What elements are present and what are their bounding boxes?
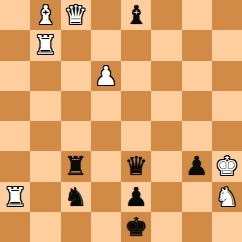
square-c3[interactable]: ♜ <box>61 151 91 181</box>
square-b1[interactable] <box>30 212 60 242</box>
square-b5[interactable] <box>30 91 60 121</box>
square-c2[interactable]: ♞ <box>61 182 91 212</box>
square-g6[interactable] <box>182 61 212 91</box>
black-pawn-piece[interactable]: ♟ <box>185 151 208 181</box>
square-h1[interactable] <box>212 212 242 242</box>
square-a6[interactable] <box>0 61 30 91</box>
square-e3[interactable]: ♛ <box>121 151 151 181</box>
white-rook-piece[interactable]: ♜ <box>34 30 57 60</box>
square-d6[interactable]: ♟ <box>91 61 121 91</box>
square-f3[interactable] <box>151 151 181 181</box>
black-queen-piece[interactable]: ♛ <box>124 151 147 181</box>
square-c6[interactable] <box>61 61 91 91</box>
square-h4[interactable] <box>212 121 242 151</box>
square-a8[interactable] <box>0 0 30 30</box>
square-a1[interactable] <box>0 212 30 242</box>
square-h7[interactable] <box>212 30 242 60</box>
square-b6[interactable] <box>30 61 60 91</box>
square-g7[interactable] <box>182 30 212 60</box>
white-pawn-piece[interactable]: ♟ <box>94 61 117 91</box>
square-g5[interactable] <box>182 91 212 121</box>
square-f2[interactable] <box>151 182 181 212</box>
chess-board-container: ♝♛♝♜♟♜♛♟♚♜♞♟♞♚ <box>0 0 242 242</box>
square-e5[interactable] <box>121 91 151 121</box>
square-d8[interactable] <box>91 0 121 30</box>
square-b3[interactable] <box>30 151 60 181</box>
black-king-piece[interactable]: ♚ <box>124 212 147 242</box>
black-bishop-piece[interactable]: ♝ <box>124 0 147 30</box>
white-rook-piece[interactable]: ♜ <box>3 182 26 212</box>
square-f7[interactable] <box>151 30 181 60</box>
white-queen-piece[interactable]: ♛ <box>64 0 87 30</box>
square-b7[interactable]: ♜ <box>30 30 60 60</box>
square-d3[interactable] <box>91 151 121 181</box>
square-f1[interactable] <box>151 212 181 242</box>
square-h5[interactable] <box>212 91 242 121</box>
square-a7[interactable] <box>0 30 30 60</box>
black-pawn-piece[interactable]: ♟ <box>124 182 147 212</box>
square-e8[interactable]: ♝ <box>121 0 151 30</box>
black-rook-piece[interactable]: ♜ <box>64 151 87 181</box>
square-h6[interactable] <box>212 61 242 91</box>
square-g1[interactable] <box>182 212 212 242</box>
square-a4[interactable] <box>0 121 30 151</box>
square-e7[interactable] <box>121 30 151 60</box>
square-a5[interactable] <box>0 91 30 121</box>
square-e2[interactable]: ♟ <box>121 182 151 212</box>
white-bishop-piece[interactable]: ♝ <box>34 0 57 30</box>
square-b8[interactable]: ♝ <box>30 0 60 30</box>
square-d7[interactable] <box>91 30 121 60</box>
square-g4[interactable] <box>182 121 212 151</box>
white-knight-piece[interactable]: ♞ <box>215 182 238 212</box>
square-h2[interactable]: ♞ <box>212 182 242 212</box>
square-g8[interactable] <box>182 0 212 30</box>
square-h8[interactable] <box>212 0 242 30</box>
square-c4[interactable] <box>61 121 91 151</box>
square-c7[interactable] <box>61 30 91 60</box>
square-c8[interactable]: ♛ <box>61 0 91 30</box>
square-e1[interactable]: ♚ <box>121 212 151 242</box>
square-d2[interactable] <box>91 182 121 212</box>
square-d1[interactable] <box>91 212 121 242</box>
square-f5[interactable] <box>151 91 181 121</box>
chess-board: ♝♛♝♜♟♜♛♟♚♜♞♟♞♚ <box>0 0 242 242</box>
black-knight-piece[interactable]: ♞ <box>64 182 87 212</box>
square-c5[interactable] <box>61 91 91 121</box>
square-g3[interactable]: ♟ <box>182 151 212 181</box>
square-f6[interactable] <box>151 61 181 91</box>
square-d5[interactable] <box>91 91 121 121</box>
square-e4[interactable] <box>121 121 151 151</box>
square-a3[interactable] <box>0 151 30 181</box>
square-g2[interactable] <box>182 182 212 212</box>
square-c1[interactable] <box>61 212 91 242</box>
square-e6[interactable] <box>121 61 151 91</box>
square-b2[interactable] <box>30 182 60 212</box>
white-king-piece[interactable]: ♚ <box>215 151 238 181</box>
square-h3[interactable]: ♚ <box>212 151 242 181</box>
square-d4[interactable] <box>91 121 121 151</box>
square-f4[interactable] <box>151 121 181 151</box>
square-b4[interactable] <box>30 121 60 151</box>
square-f8[interactable] <box>151 0 181 30</box>
square-a2[interactable]: ♜ <box>0 182 30 212</box>
